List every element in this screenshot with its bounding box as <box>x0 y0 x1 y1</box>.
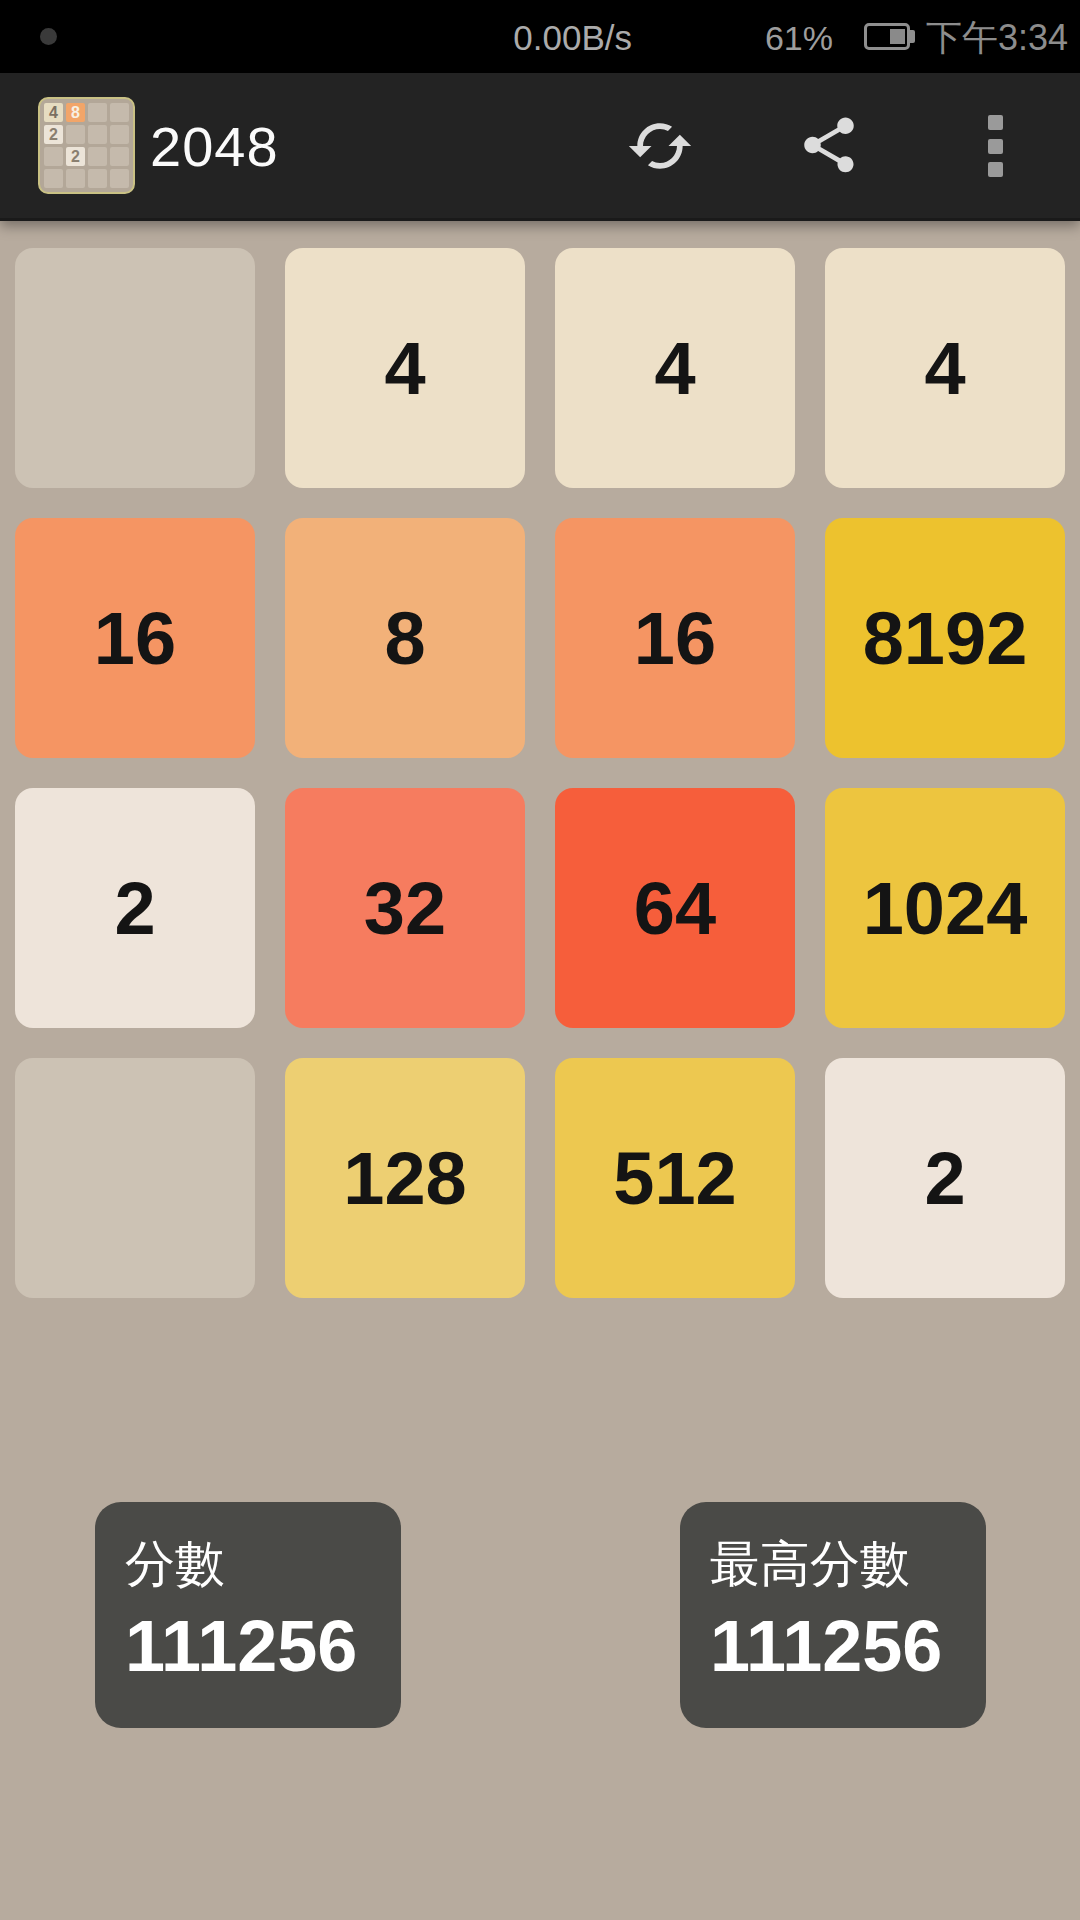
tile-4: 4 <box>555 248 795 488</box>
score-value: 111256 <box>125 1606 401 1686</box>
overflow-menu-button[interactable] <box>975 115 1015 177</box>
best-score-label: 最高分數 <box>710 1536 986 1592</box>
score-label: 分數 <box>125 1536 401 1592</box>
tile-8192: 8192 <box>825 518 1065 758</box>
tile-1024: 1024 <box>825 788 1065 1028</box>
app-icon-cell <box>44 147 63 166</box>
network-speed: 0.00B/s <box>513 0 632 73</box>
tile-4: 4 <box>285 248 525 488</box>
app-icon-cell <box>44 169 63 188</box>
app-icon-cell <box>88 147 107 166</box>
battery-icon <box>864 23 916 50</box>
status-clock: 下午3:34 <box>926 0 1068 73</box>
tile-64: 64 <box>555 788 795 1028</box>
refresh-icon <box>626 168 694 183</box>
tile-8: 8 <box>285 518 525 758</box>
tile-32: 32 <box>285 788 525 1028</box>
best-score-value: 111256 <box>710 1606 986 1686</box>
tile-128: 128 <box>285 1058 525 1298</box>
battery-percent: 61% <box>765 0 833 73</box>
tile-16: 16 <box>15 518 255 758</box>
best-score-box: 最高分數 111256 <box>680 1502 986 1728</box>
share-button[interactable] <box>795 112 863 180</box>
tile-2: 2 <box>825 1058 1065 1298</box>
empty-cell <box>15 1058 255 1298</box>
overflow-menu-icon <box>988 115 1003 130</box>
score-box: 分數 111256 <box>95 1502 401 1728</box>
tile-4: 4 <box>825 248 1065 488</box>
app-icon-tile-2: 2 <box>66 147 85 166</box>
app-icon-cell <box>88 125 107 144</box>
tile-16: 16 <box>555 518 795 758</box>
notification-dot-icon <box>40 28 57 45</box>
app-icon-2048: 4822 <box>38 97 135 194</box>
app-icon-tile-2: 2 <box>44 125 63 144</box>
restart-button[interactable] <box>626 112 694 180</box>
app-icon-cell <box>66 125 85 144</box>
app-icon-cell <box>110 169 129 188</box>
tile-512: 512 <box>555 1058 795 1298</box>
app-icon-cell <box>66 169 85 188</box>
app-icon-tile-8: 8 <box>66 103 85 122</box>
app-bar: 4822 2048 <box>0 73 1080 221</box>
app-icon-cell <box>88 169 107 188</box>
app-icon-cell <box>110 103 129 122</box>
game-board[interactable]: 4 4 4 16 8 16 8192 2 32 64 1024 128 512 … <box>15 248 1065 1298</box>
app-icon-cell <box>110 147 129 166</box>
app-icon-cell <box>110 125 129 144</box>
status-bar: 0.00B/s 61% 下午3:34 <box>0 0 1080 73</box>
tile-2: 2 <box>15 788 255 1028</box>
share-icon <box>796 166 862 181</box>
app-icon-tile-4: 4 <box>44 103 63 122</box>
app-title: 2048 <box>150 73 279 218</box>
app-icon-cell <box>88 103 107 122</box>
empty-cell <box>15 248 255 488</box>
